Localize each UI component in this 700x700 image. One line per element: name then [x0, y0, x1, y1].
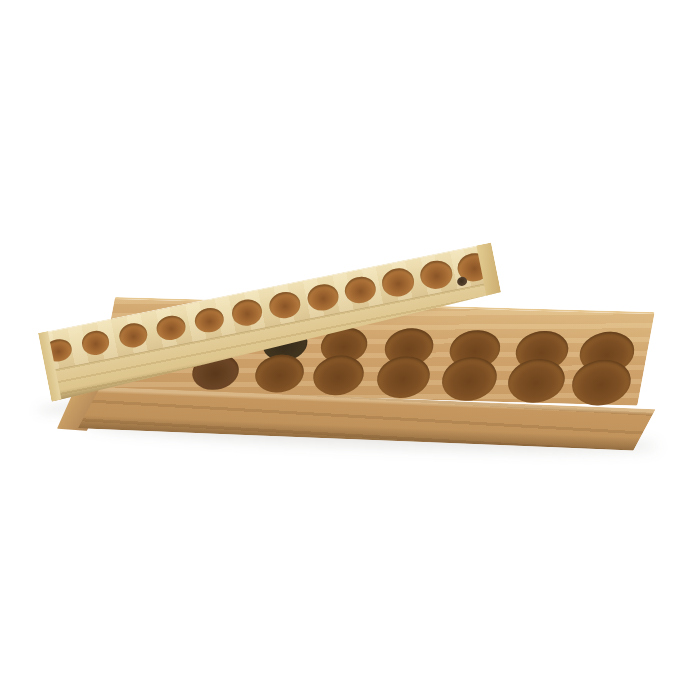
product-photo: [0, 0, 700, 700]
rail-hole-8[interactable]: [305, 282, 340, 314]
rail-hole-11[interactable]: [418, 258, 455, 291]
rail-hole-9[interactable]: [343, 274, 379, 306]
rail-hole-10[interactable]: [380, 266, 417, 299]
board-pit-front-3[interactable]: [310, 355, 367, 396]
board-pit-front-2[interactable]: [252, 354, 307, 394]
board-pit-front-7[interactable]: [568, 359, 635, 407]
board-pit-front-4[interactable]: [374, 356, 434, 399]
scene: [0, 0, 700, 700]
rail-hole-3[interactable]: [117, 321, 149, 350]
rail-hole-2[interactable]: [80, 329, 112, 357]
rail-hole-6[interactable]: [230, 297, 264, 328]
board-pit-front-5[interactable]: [438, 357, 500, 401]
board-pit-front-6[interactable]: [504, 358, 568, 404]
rail-hole-7[interactable]: [268, 289, 303, 320]
rail-hole-4[interactable]: [155, 313, 188, 342]
rail-hole-5[interactable]: [192, 305, 225, 335]
